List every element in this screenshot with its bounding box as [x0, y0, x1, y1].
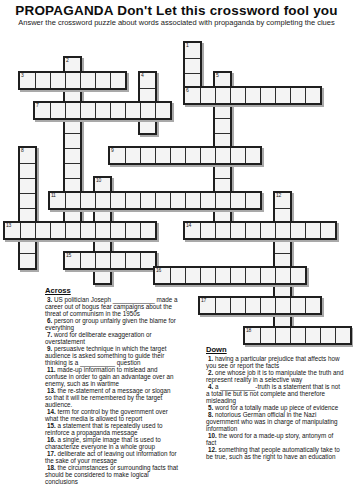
cell-number: 4	[141, 73, 143, 79]
grid-cell[interactable]	[275, 328, 290, 343]
grid-cell[interactable]	[290, 298, 305, 313]
grid-cell[interactable]	[305, 223, 320, 238]
clue-number: 12.	[208, 446, 217, 453]
cell-number: 14	[186, 223, 191, 229]
across-clue-18: 18. the circumstances or surrounding fac…	[45, 464, 178, 485]
grid-cell[interactable]	[125, 193, 140, 208]
clue-number: 10.	[208, 432, 217, 439]
word-13-across: 13	[3, 221, 157, 240]
grid-cell[interactable]	[230, 88, 245, 103]
grid-cell[interactable]	[50, 103, 65, 118]
cell-number: 16	[156, 268, 161, 274]
cell-number: 2	[66, 58, 68, 64]
down-clue-1: 1. having a particular prejudice that af…	[206, 355, 344, 369]
grid-cell[interactable]	[245, 223, 260, 238]
grid-cell[interactable]	[200, 88, 215, 103]
clue-number: 4.	[208, 383, 213, 390]
grid-cell[interactable]	[65, 133, 80, 148]
cell-number: 12	[276, 193, 281, 199]
grid-cell[interactable]	[275, 223, 290, 238]
grid-cell[interactable]	[215, 193, 230, 208]
grid-cell[interactable]	[260, 223, 275, 238]
across-clue-7: 7. word for deliberate exaggeration or o…	[45, 331, 178, 345]
grid-cell[interactable]	[95, 268, 110, 283]
grid-cell[interactable]	[245, 193, 260, 208]
cell-number: 8	[21, 148, 23, 154]
word-16-across: 16	[153, 266, 307, 285]
grid-cell[interactable]	[155, 148, 170, 163]
cell-number: 17	[201, 298, 206, 304]
across-clue-17: 17. deliberate act of leaving out inform…	[45, 450, 178, 464]
grid-cell[interactable]	[290, 88, 305, 103]
word-18-across: 18	[243, 326, 352, 345]
cell-number: 7	[36, 103, 38, 109]
grid-cell[interactable]	[200, 268, 215, 283]
across-clue-14: 14. term for control by the government o…	[45, 408, 178, 422]
grid-cell[interactable]	[65, 223, 80, 238]
clue-number: 3.	[47, 296, 52, 303]
clue-number: 15.	[47, 422, 56, 429]
grid-cell[interactable]: 16	[155, 268, 170, 283]
grid-cell[interactable]	[290, 268, 305, 283]
grid-cell[interactable]	[140, 223, 155, 238]
cell-number: 11	[51, 193, 56, 199]
grid-cell[interactable]	[245, 88, 260, 103]
grid-cell[interactable]	[230, 223, 245, 238]
grid-cell[interactable]	[260, 268, 275, 283]
word-17-across: 17	[198, 296, 322, 315]
grid-cell[interactable]	[260, 298, 275, 313]
grid-cell[interactable]	[275, 298, 290, 313]
grid-cell[interactable]	[290, 223, 305, 238]
grid-cell[interactable]	[50, 73, 65, 88]
grid-cell[interactable]	[275, 268, 290, 283]
down-clue-list: 1. having a particular prejudice that af…	[206, 355, 344, 460]
grid-cell[interactable]	[20, 223, 35, 238]
grid-cell[interactable]	[110, 253, 125, 268]
grid-cell[interactable]	[215, 103, 230, 118]
word-9-across: 9	[108, 146, 262, 165]
across-clue-15: 15. a statement that is repeatedly used …	[45, 422, 178, 436]
grid-cell[interactable]	[305, 328, 320, 343]
grid-cell[interactable]	[305, 298, 320, 313]
grid-cell[interactable]	[275, 88, 290, 103]
grid-cell[interactable]	[245, 148, 260, 163]
grid-cell[interactable]	[260, 88, 275, 103]
grid-cell[interactable]	[110, 103, 125, 118]
grid-cell[interactable]: 4	[140, 73, 155, 88]
grid-cell[interactable]: 15	[65, 253, 80, 268]
grid-cell[interactable]	[170, 193, 185, 208]
grid-cell[interactable]	[110, 223, 125, 238]
grid-cell[interactable]: 1	[185, 43, 200, 58]
across-clues-section: Across 3. US politician Joseph _________…	[45, 287, 178, 485]
grid-cell[interactable]	[155, 193, 170, 208]
grid-cell[interactable]: 13	[5, 223, 20, 238]
grid-cell[interactable]	[320, 223, 335, 238]
grid-cell[interactable]	[20, 253, 35, 268]
grid-cell[interactable]	[140, 103, 155, 118]
grid-cell[interactable]	[95, 253, 110, 268]
grid-cell[interactable]	[65, 103, 80, 118]
grid-cell[interactable]	[215, 223, 230, 238]
grid-cell[interactable]: 8	[20, 148, 35, 163]
grid-cell[interactable]	[170, 148, 185, 163]
grid-cell[interactable]	[215, 118, 230, 133]
clue-number: 16.	[47, 436, 56, 443]
grid-cell[interactable]	[155, 103, 170, 118]
cell-number: 5	[216, 73, 218, 79]
grid-cell[interactable]	[290, 328, 305, 343]
grid-cell[interactable]	[95, 73, 110, 88]
across-clue-16: 16. a single, simple image that is used …	[45, 436, 178, 450]
clue-number: 17.	[47, 450, 56, 457]
word-11-across: 11	[48, 191, 262, 210]
grid-cell[interactable]	[215, 298, 230, 313]
grid-cell[interactable]: 18	[245, 328, 260, 343]
clue-number: 8.	[208, 411, 213, 418]
grid-cell[interactable]	[185, 268, 200, 283]
across-header: Across	[45, 287, 178, 294]
down-clue-2: 2. one whose job it is to manipulate the…	[206, 369, 344, 383]
grid-cell[interactable]	[185, 148, 200, 163]
grid-cell[interactable]	[140, 148, 155, 163]
across-clue-13: 13. the re-statement of a message or slo…	[45, 387, 178, 408]
word-15-across: 15	[63, 251, 157, 270]
grid-cell[interactable]	[125, 223, 140, 238]
across-clue-list: 3. US politician Joseph ____________ mad…	[45, 296, 178, 485]
clue-number: 6.	[47, 317, 52, 324]
grid-cell[interactable]	[140, 118, 155, 133]
clue-number: 1.	[208, 355, 213, 362]
word-7-across: 7	[33, 101, 172, 120]
cell-number: 1	[186, 43, 188, 49]
cell-number: 15	[66, 253, 71, 259]
grid-cell[interactable]	[230, 268, 245, 283]
grid-cell[interactable]: 9	[110, 148, 125, 163]
clue-number: 18.	[47, 464, 56, 471]
grid-cell[interactable]	[80, 103, 95, 118]
grid-cell[interactable]	[215, 268, 230, 283]
grid-cell[interactable]	[20, 238, 35, 253]
grid-cell[interactable]	[125, 253, 140, 268]
grid-cell[interactable]	[35, 73, 50, 88]
grid-cell[interactable]	[20, 193, 35, 208]
grid-cell[interactable]	[80, 253, 95, 268]
grid-cell[interactable]: 14	[185, 223, 200, 238]
down-clue-10: 10. the word for a made-up story, antony…	[206, 432, 344, 446]
grid-cell[interactable]	[125, 103, 140, 118]
grid-cell[interactable]	[110, 73, 125, 88]
grid-cell[interactable]	[215, 163, 230, 178]
grid-cell[interactable]	[245, 268, 260, 283]
grid-cell[interactable]: 3	[20, 73, 35, 88]
cell-number: 10	[96, 178, 101, 184]
grid-cell[interactable]	[200, 148, 215, 163]
down-clue-8: 8. notorious German official in the Nazi…	[206, 411, 344, 432]
grid-cell[interactable]	[185, 58, 200, 73]
grid-cell[interactable]	[20, 178, 35, 193]
clue-number: 7.	[47, 331, 52, 338]
across-clue-9: 9. persuasive technique in which the tar…	[45, 345, 178, 366]
grid-cell[interactable]	[200, 223, 215, 238]
down-clue-12: 12. something that people automatically …	[206, 446, 344, 460]
grid-cell[interactable]	[245, 298, 260, 313]
grid-cell[interactable]	[35, 223, 50, 238]
grid-cell[interactable]	[95, 223, 110, 238]
grid-cell[interactable]	[65, 163, 80, 178]
grid-cell[interactable]: 17	[200, 298, 215, 313]
grid-cell[interactable]	[140, 193, 155, 208]
clue-number: 5.	[208, 404, 213, 411]
across-clue-3: 3. US politician Joseph ____________ mad…	[45, 296, 178, 317]
grid-cell[interactable]	[230, 193, 245, 208]
grid-cell[interactable]	[275, 238, 290, 253]
grid-cell[interactable]	[80, 73, 95, 88]
grid-cell[interactable]	[185, 193, 200, 208]
down-clue-5: 5. word for a totally made up piece of e…	[206, 404, 344, 411]
grid-cell[interactable]	[95, 103, 110, 118]
grid-cell[interactable]	[65, 148, 80, 163]
grid-cell[interactable]: 12	[275, 193, 290, 208]
grid-cell[interactable]	[215, 148, 230, 163]
grid-cell[interactable]	[50, 223, 65, 238]
cell-number: 18	[246, 328, 251, 334]
grid-cell[interactable]	[230, 298, 245, 313]
grid-cell[interactable]	[65, 118, 80, 133]
grid-cell[interactable]	[110, 193, 125, 208]
clue-number: 11.	[47, 366, 55, 373]
across-clue-11: 11. made-up information to mislead and c…	[45, 366, 178, 387]
clue-number: 2.	[208, 369, 213, 376]
word-6-across: 6	[183, 86, 322, 105]
grid-cell[interactable]	[335, 328, 350, 343]
grid-cell[interactable]	[20, 163, 35, 178]
clue-number: 14.	[47, 408, 56, 415]
word-3-across: 3	[18, 71, 127, 90]
grid-cell[interactable]	[230, 148, 245, 163]
grid-cell[interactable]	[80, 223, 95, 238]
grid-cell[interactable]	[65, 73, 80, 88]
grid-cell[interactable]	[260, 328, 275, 343]
cell-number: 3	[21, 73, 23, 79]
grid-cell[interactable]: 7	[35, 103, 50, 118]
word-8-down: 8	[18, 146, 37, 270]
grid-cell[interactable]	[65, 193, 80, 208]
clue-number: 9.	[47, 345, 52, 352]
grid-cell[interactable]	[95, 193, 110, 208]
grid-cell[interactable]	[320, 328, 335, 343]
clue-number: 13.	[47, 387, 56, 394]
grid-cell[interactable]	[215, 88, 230, 103]
cell-number: 6	[186, 88, 188, 94]
grid-cell[interactable]	[80, 193, 95, 208]
down-clues-section: Down 1. having a particular prejudice th…	[206, 346, 344, 460]
down-header: Down	[206, 346, 344, 353]
grid-cell[interactable]	[125, 148, 140, 163]
grid-cell[interactable]	[200, 193, 215, 208]
across-clue-6: 6. person or group unfairly given the bl…	[45, 317, 178, 331]
grid-cell[interactable]: 6	[185, 88, 200, 103]
grid-cell[interactable]	[305, 88, 320, 103]
grid-cell[interactable]	[170, 268, 185, 283]
down-clue-4: 4. a __________-truth is a statement tha…	[206, 383, 344, 404]
cell-number: 13	[6, 223, 11, 229]
word-14-across: 14	[183, 221, 337, 240]
grid-cell[interactable]: 11	[50, 193, 65, 208]
cell-number: 9	[111, 148, 113, 154]
